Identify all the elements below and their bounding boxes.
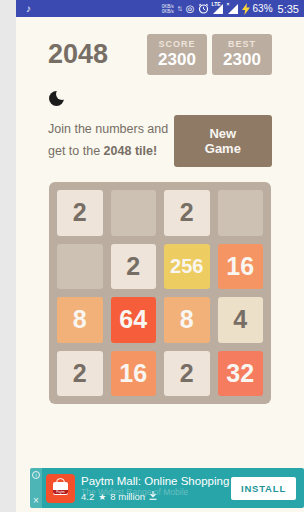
music-note-icon: ♪	[26, 3, 31, 14]
score-label: SCORE	[158, 39, 195, 49]
tile-16: 16	[218, 244, 264, 290]
signal-nosim-icon: ×	[227, 3, 239, 15]
app-title: 2048	[48, 39, 108, 70]
empty-cell	[57, 244, 103, 290]
score-value: 2300	[158, 50, 196, 70]
tile-2: 2	[164, 351, 210, 397]
ad-info-icon[interactable]: i	[32, 471, 40, 479]
empty-cell	[111, 190, 157, 236]
clock-time: 5:35	[278, 3, 299, 15]
phone-screen: ♪ 0KB/s 0KB/s ↑↓ ◎ LTE ×	[16, 0, 304, 512]
board[interactable]: 2222561686484216232	[49, 182, 271, 404]
tile-8: 8	[57, 297, 103, 343]
new-game-button[interactable]: New Game	[174, 115, 272, 167]
install-button[interactable]: INSTALL	[231, 477, 296, 500]
tile-2: 2	[164, 190, 210, 236]
tile-4: 4	[218, 297, 264, 343]
ad-body: The Widest Range of Mobile Paytm Mall: O…	[81, 474, 225, 502]
header: 2048 SCORE 2300 BEST 2300	[16, 34, 304, 75]
tile-16: 16	[111, 351, 157, 397]
best-value: 2300	[223, 50, 261, 70]
best-box: BEST 2300	[212, 34, 272, 75]
network-speed-indicator: 0KB/s 0KB/s	[162, 4, 174, 14]
battery-percent: 63%	[253, 3, 273, 14]
tile-2: 2	[57, 351, 103, 397]
download-icon	[149, 491, 157, 502]
tile-8: 8	[164, 297, 210, 343]
star-icon: ★	[98, 492, 106, 502]
alarm-clock-icon	[198, 3, 209, 14]
empty-cell	[218, 190, 264, 236]
best-label: BEST	[228, 39, 256, 49]
data-transfer-arrows-icon: ↑↓	[177, 4, 181, 13]
score-box: SCORE 2300	[147, 34, 207, 75]
ad-side-strip: i ×	[30, 468, 42, 508]
ad-close-icon[interactable]: ×	[33, 496, 39, 505]
shopping-bag-icon	[53, 482, 68, 495]
status-bar: ♪ 0KB/s 0KB/s ↑↓ ◎ LTE ×	[16, 0, 304, 17]
tile-2: 2	[57, 190, 103, 236]
ad-title[interactable]: Paytm Mall: Online Shopping	[81, 474, 225, 488]
tile-64: 64	[111, 297, 157, 343]
data-saver-icon: ◎	[186, 4, 195, 14]
tile-32: 32	[218, 351, 264, 397]
crescent-moon-icon[interactable]	[49, 91, 64, 106]
tile-256: 256	[164, 244, 210, 290]
signal-lte-icon: LTE	[212, 3, 224, 15]
charging-bolt-icon	[242, 3, 250, 15]
intro-text: Join the numbers and get to the 2048 til…	[48, 119, 174, 163]
ad-rating-value: 4.2	[81, 491, 94, 502]
ad-banner[interactable]: i × The Widest Range of Mobile Paytm Mal…	[30, 468, 304, 508]
tile-2: 2	[111, 244, 157, 290]
ad-downloads: 8 million	[110, 491, 145, 502]
paytm-app-icon[interactable]	[46, 474, 75, 503]
ad-rating-row: 4.2 ★ 8 million	[81, 491, 225, 502]
